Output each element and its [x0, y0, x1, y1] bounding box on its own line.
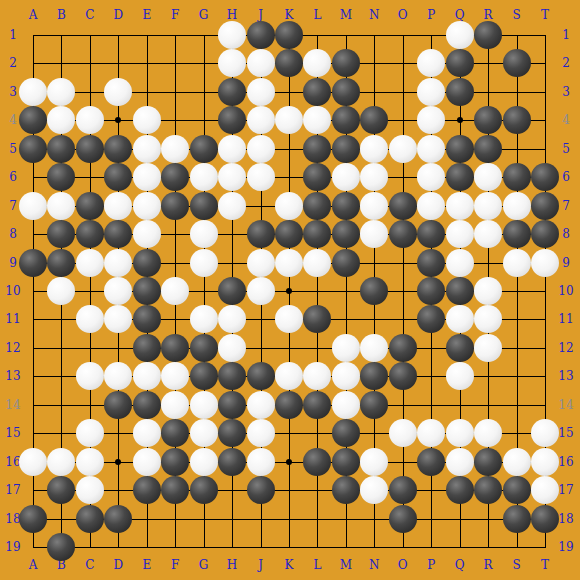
- white-stone-f13: [161, 362, 189, 390]
- white-stone-a7: [19, 192, 47, 220]
- black-stone-m3: [332, 78, 360, 106]
- white-stone-k9: [275, 249, 303, 277]
- black-stone-f16: [161, 448, 189, 476]
- coord-left-14: 14: [5, 399, 20, 411]
- coord-right-8: 8: [562, 228, 570, 240]
- white-stone-d11: [104, 305, 132, 333]
- black-stone-k14: [275, 391, 303, 419]
- white-stone-r15: [474, 419, 502, 447]
- black-stone-q3: [446, 78, 474, 106]
- black-stone-m7: [332, 192, 360, 220]
- white-stone-e15: [133, 419, 161, 447]
- white-stone-c4: [76, 106, 104, 134]
- star-point-k16: [286, 459, 292, 465]
- white-stone-q8: [446, 220, 474, 248]
- star-point-d4: [115, 117, 121, 123]
- coord-right-16: 16: [558, 456, 573, 468]
- white-stone-j16: [247, 448, 275, 476]
- black-stone-e14: [133, 391, 161, 419]
- white-stone-e7: [133, 192, 161, 220]
- coord-bottom-s: S: [512, 559, 520, 571]
- black-stone-k1: [275, 21, 303, 49]
- black-stone-o12: [389, 334, 417, 362]
- white-stone-g11: [190, 305, 218, 333]
- white-stone-e16: [133, 448, 161, 476]
- black-stone-a9: [19, 249, 47, 277]
- coord-top-f: F: [171, 9, 179, 21]
- coord-top-b: B: [57, 9, 66, 21]
- white-stone-j9: [247, 249, 275, 277]
- black-stone-q12: [446, 334, 474, 362]
- white-stone-q11: [446, 305, 474, 333]
- coord-top-l: L: [313, 9, 321, 21]
- white-stone-t15: [531, 419, 559, 447]
- black-stone-s17: [503, 476, 531, 504]
- coord-bottom-p: P: [427, 559, 435, 571]
- white-stone-n17: [360, 476, 388, 504]
- black-stone-l6: [303, 163, 331, 191]
- black-stone-a4: [19, 106, 47, 134]
- coord-right-19: 19: [558, 541, 573, 553]
- coord-top-c: C: [85, 9, 94, 21]
- black-stone-h10: [218, 277, 246, 305]
- black-stone-l16: [303, 448, 331, 476]
- white-stone-h7: [218, 192, 246, 220]
- black-stone-l5: [303, 135, 331, 163]
- black-stone-g7: [190, 192, 218, 220]
- coord-bottom-l: L: [313, 559, 321, 571]
- coord-top-p: P: [427, 9, 435, 21]
- black-stone-t8: [531, 220, 559, 248]
- black-stone-r1: [474, 21, 502, 49]
- black-stone-r17: [474, 476, 502, 504]
- white-stone-d7: [104, 192, 132, 220]
- white-stone-b16: [47, 448, 75, 476]
- black-stone-h16: [218, 448, 246, 476]
- white-stone-g14: [190, 391, 218, 419]
- black-stone-d14: [104, 391, 132, 419]
- white-stone-q1: [446, 21, 474, 49]
- black-stone-s6: [503, 163, 531, 191]
- coord-left-5: 5: [9, 143, 17, 155]
- white-stone-b7: [47, 192, 75, 220]
- white-stone-p3: [417, 78, 445, 106]
- coord-right-10: 10: [558, 285, 573, 297]
- white-stone-e4: [133, 106, 161, 134]
- coord-left-1: 1: [9, 29, 17, 41]
- coord-right-7: 7: [562, 200, 570, 212]
- white-stone-f5: [161, 135, 189, 163]
- white-stone-p4: [417, 106, 445, 134]
- white-stone-m13: [332, 362, 360, 390]
- white-stone-e13: [133, 362, 161, 390]
- white-stone-f14: [161, 391, 189, 419]
- coord-bottom-d: D: [114, 559, 124, 571]
- black-stone-n14: [360, 391, 388, 419]
- black-stone-r16: [474, 448, 502, 476]
- coord-bottom-o: O: [398, 559, 408, 571]
- coord-top-j: J: [258, 9, 263, 21]
- black-stone-h13: [218, 362, 246, 390]
- black-stone-c8: [76, 220, 104, 248]
- coord-right-14: 14: [558, 399, 573, 411]
- coord-left-11: 11: [5, 313, 20, 325]
- black-stone-d6: [104, 163, 132, 191]
- coord-right-4: 4: [562, 114, 570, 126]
- white-stone-q7: [446, 192, 474, 220]
- white-stone-g8: [190, 220, 218, 248]
- black-stone-t7: [531, 192, 559, 220]
- white-stone-h11: [218, 305, 246, 333]
- coord-right-13: 13: [558, 370, 573, 382]
- white-stone-p7: [417, 192, 445, 220]
- white-stone-f10: [161, 277, 189, 305]
- white-stone-n7: [360, 192, 388, 220]
- coord-top-r: R: [484, 9, 493, 21]
- black-stone-f17: [161, 476, 189, 504]
- black-stone-s8: [503, 220, 531, 248]
- coord-bottom-f: F: [171, 559, 179, 571]
- white-stone-t9: [531, 249, 559, 277]
- white-stone-j10: [247, 277, 275, 305]
- white-stone-h12: [218, 334, 246, 362]
- white-stone-r12: [474, 334, 502, 362]
- white-stone-s7: [503, 192, 531, 220]
- white-stone-p15: [417, 419, 445, 447]
- black-stone-p16: [417, 448, 445, 476]
- black-stone-b19: [47, 533, 75, 561]
- black-stone-c7: [76, 192, 104, 220]
- white-stone-j2: [247, 49, 275, 77]
- black-stone-g5: [190, 135, 218, 163]
- white-stone-p6: [417, 163, 445, 191]
- black-stone-b6: [47, 163, 75, 191]
- white-stone-q13: [446, 362, 474, 390]
- coord-top-q: Q: [455, 9, 465, 21]
- black-stone-m15: [332, 419, 360, 447]
- coord-right-12: 12: [558, 342, 573, 354]
- white-stone-d9: [104, 249, 132, 277]
- white-stone-l13: [303, 362, 331, 390]
- white-stone-c16: [76, 448, 104, 476]
- black-stone-h15: [218, 419, 246, 447]
- coord-left-2: 2: [9, 57, 17, 69]
- black-stone-b5: [47, 135, 75, 163]
- black-stone-d8: [104, 220, 132, 248]
- black-stone-o7: [389, 192, 417, 220]
- black-stone-m9: [332, 249, 360, 277]
- white-stone-b4: [47, 106, 75, 134]
- white-stone-k7: [275, 192, 303, 220]
- coord-top-n: N: [369, 9, 380, 21]
- white-stone-a16: [19, 448, 47, 476]
- white-stone-h6: [218, 163, 246, 191]
- white-stone-m6: [332, 163, 360, 191]
- black-stone-j13: [247, 362, 275, 390]
- coord-top-t: T: [541, 9, 549, 21]
- coord-left-13: 13: [5, 370, 20, 382]
- white-stone-h5: [218, 135, 246, 163]
- coord-top-k: K: [285, 9, 294, 21]
- star-point-d16: [115, 459, 121, 465]
- black-stone-a18: [19, 505, 47, 533]
- white-stone-s16: [503, 448, 531, 476]
- black-stone-m5: [332, 135, 360, 163]
- black-stone-m2: [332, 49, 360, 77]
- white-stone-j5: [247, 135, 275, 163]
- white-stone-s9: [503, 249, 531, 277]
- black-stone-p9: [417, 249, 445, 277]
- black-stone-b9: [47, 249, 75, 277]
- coord-top-e: E: [142, 9, 151, 21]
- coord-left-7: 7: [9, 200, 17, 212]
- black-stone-q5: [446, 135, 474, 163]
- coord-bottom-a: A: [29, 559, 38, 571]
- black-stone-m16: [332, 448, 360, 476]
- coord-top-o: O: [398, 9, 408, 21]
- black-stone-l11: [303, 305, 331, 333]
- black-stone-s4: [503, 106, 531, 134]
- coord-top-g: G: [199, 9, 209, 21]
- coord-top-m: M: [340, 9, 352, 21]
- white-stone-j4: [247, 106, 275, 134]
- white-stone-k11: [275, 305, 303, 333]
- black-stone-d18: [104, 505, 132, 533]
- white-stone-g9: [190, 249, 218, 277]
- coord-right-6: 6: [562, 171, 570, 183]
- black-stone-g13: [190, 362, 218, 390]
- coord-right-15: 15: [558, 427, 573, 439]
- black-stone-p11: [417, 305, 445, 333]
- black-stone-a5: [19, 135, 47, 163]
- white-stone-c11: [76, 305, 104, 333]
- coord-left-15: 15: [5, 427, 20, 439]
- black-stone-l3: [303, 78, 331, 106]
- coord-right-2: 2: [562, 57, 570, 69]
- black-stone-e10: [133, 277, 161, 305]
- black-stone-j1: [247, 21, 275, 49]
- black-stone-q6: [446, 163, 474, 191]
- white-stone-n16: [360, 448, 388, 476]
- coord-right-9: 9: [562, 257, 570, 269]
- grid-line-vertical: [403, 35, 404, 548]
- coord-right-11: 11: [558, 313, 573, 325]
- black-stone-t6: [531, 163, 559, 191]
- coord-top-h: H: [227, 9, 237, 21]
- white-stone-e5: [133, 135, 161, 163]
- white-stone-l4: [303, 106, 331, 134]
- coord-bottom-g: G: [199, 559, 209, 571]
- coord-top-s: S: [512, 9, 520, 21]
- black-stone-o17: [389, 476, 417, 504]
- white-stone-k13: [275, 362, 303, 390]
- coord-bottom-q: Q: [455, 559, 465, 571]
- black-stone-n13: [360, 362, 388, 390]
- black-stone-o13: [389, 362, 417, 390]
- white-stone-q16: [446, 448, 474, 476]
- coord-left-19: 19: [5, 541, 20, 553]
- black-stone-f12: [161, 334, 189, 362]
- white-stone-t17: [531, 476, 559, 504]
- coord-top-a: A: [29, 9, 38, 21]
- coord-top-d: D: [114, 9, 124, 21]
- white-stone-g16: [190, 448, 218, 476]
- coord-left-10: 10: [5, 285, 20, 297]
- coord-bottom-c: C: [85, 559, 94, 571]
- white-stone-r10: [474, 277, 502, 305]
- black-stone-k8: [275, 220, 303, 248]
- black-stone-e9: [133, 249, 161, 277]
- coord-right-18: 18: [558, 513, 573, 525]
- coord-left-4: 4: [9, 114, 17, 126]
- coord-left-12: 12: [5, 342, 20, 354]
- white-stone-h2: [218, 49, 246, 77]
- coord-right-5: 5: [562, 143, 570, 155]
- coord-left-9: 9: [9, 257, 17, 269]
- go-board[interactable]: AABBCCDDEEFFGGHHJJKKLLMMNNOOPPQQRRSSTT11…: [0, 0, 580, 580]
- white-stone-n6: [360, 163, 388, 191]
- black-stone-f15: [161, 419, 189, 447]
- white-stone-q15: [446, 419, 474, 447]
- black-stone-d5: [104, 135, 132, 163]
- white-stone-k4: [275, 106, 303, 134]
- coord-bottom-e: E: [142, 559, 151, 571]
- black-stone-g12: [190, 334, 218, 362]
- black-stone-p8: [417, 220, 445, 248]
- white-stone-m14: [332, 391, 360, 419]
- black-stone-g17: [190, 476, 218, 504]
- white-stone-l2: [303, 49, 331, 77]
- white-stone-r8: [474, 220, 502, 248]
- white-stone-d3: [104, 78, 132, 106]
- black-stone-h3: [218, 78, 246, 106]
- coord-bottom-n: N: [369, 559, 380, 571]
- black-stone-k2: [275, 49, 303, 77]
- black-stone-m8: [332, 220, 360, 248]
- coord-bottom-h: H: [227, 559, 237, 571]
- white-stone-p2: [417, 49, 445, 77]
- black-stone-o8: [389, 220, 417, 248]
- white-stone-o5: [389, 135, 417, 163]
- black-stone-q17: [446, 476, 474, 504]
- star-point-q4: [457, 117, 463, 123]
- black-stone-j17: [247, 476, 275, 504]
- black-stone-q2: [446, 49, 474, 77]
- white-stone-c15: [76, 419, 104, 447]
- black-stone-l8: [303, 220, 331, 248]
- white-stone-t16: [531, 448, 559, 476]
- white-stone-c13: [76, 362, 104, 390]
- black-stone-l14: [303, 391, 331, 419]
- black-stone-f7: [161, 192, 189, 220]
- white-stone-b3: [47, 78, 75, 106]
- coord-bottom-t: T: [541, 559, 549, 571]
- grid-line-horizontal: [33, 547, 546, 548]
- coord-right-1: 1: [562, 29, 570, 41]
- black-stone-q10: [446, 277, 474, 305]
- white-stone-j6: [247, 163, 275, 191]
- black-stone-h14: [218, 391, 246, 419]
- coord-bottom-m: M: [340, 559, 352, 571]
- black-stone-n10: [360, 277, 388, 305]
- coord-right-17: 17: [558, 484, 573, 496]
- black-stone-c18: [76, 505, 104, 533]
- white-stone-g15: [190, 419, 218, 447]
- coord-bottom-j: J: [258, 559, 263, 571]
- white-stone-n5: [360, 135, 388, 163]
- white-stone-r7: [474, 192, 502, 220]
- black-stone-p10: [417, 277, 445, 305]
- white-stone-b10: [47, 277, 75, 305]
- black-stone-r4: [474, 106, 502, 134]
- black-stone-t18: [531, 505, 559, 533]
- white-stone-c17: [76, 476, 104, 504]
- black-stone-h4: [218, 106, 246, 134]
- coord-left-3: 3: [9, 86, 17, 98]
- white-stone-r6: [474, 163, 502, 191]
- black-stone-n4: [360, 106, 388, 134]
- black-stone-j8: [247, 220, 275, 248]
- white-stone-e6: [133, 163, 161, 191]
- white-stone-e8: [133, 220, 161, 248]
- white-stone-j14: [247, 391, 275, 419]
- black-stone-e11: [133, 305, 161, 333]
- coord-left-8: 8: [9, 228, 17, 240]
- black-stone-s18: [503, 505, 531, 533]
- black-stone-m17: [332, 476, 360, 504]
- black-stone-c5: [76, 135, 104, 163]
- black-stone-b8: [47, 220, 75, 248]
- star-point-k10: [286, 288, 292, 294]
- white-stone-g6: [190, 163, 218, 191]
- black-stone-b17: [47, 476, 75, 504]
- coord-left-6: 6: [9, 171, 17, 183]
- white-stone-h1: [218, 21, 246, 49]
- white-stone-j3: [247, 78, 275, 106]
- white-stone-j15: [247, 419, 275, 447]
- white-stone-o15: [389, 419, 417, 447]
- white-stone-q9: [446, 249, 474, 277]
- black-stone-m4: [332, 106, 360, 134]
- black-stone-e12: [133, 334, 161, 362]
- white-stone-r11: [474, 305, 502, 333]
- coord-bottom-k: K: [285, 559, 294, 571]
- white-stone-m12: [332, 334, 360, 362]
- white-stone-c9: [76, 249, 104, 277]
- black-stone-f6: [161, 163, 189, 191]
- black-stone-s2: [503, 49, 531, 77]
- black-stone-r5: [474, 135, 502, 163]
- black-stone-e17: [133, 476, 161, 504]
- black-stone-o18: [389, 505, 417, 533]
- white-stone-l9: [303, 249, 331, 277]
- white-stone-a3: [19, 78, 47, 106]
- white-stone-d10: [104, 277, 132, 305]
- coord-left-17: 17: [5, 484, 20, 496]
- coord-bottom-r: R: [484, 559, 493, 571]
- white-stone-n8: [360, 220, 388, 248]
- black-stone-l7: [303, 192, 331, 220]
- white-stone-d13: [104, 362, 132, 390]
- coord-right-3: 3: [562, 86, 570, 98]
- white-stone-p5: [417, 135, 445, 163]
- white-stone-n12: [360, 334, 388, 362]
